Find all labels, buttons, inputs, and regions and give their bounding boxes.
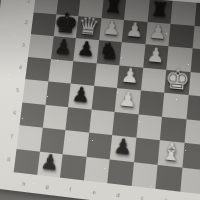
square-e4[interactable] — [94, 63, 120, 88]
rank-label-3: 3 — [18, 33, 29, 56]
square-b7[interactable]: ♝ — [158, 140, 184, 167]
square-d4[interactable]: ♟ — [117, 65, 143, 90]
square-h8[interactable] — [14, 149, 40, 175]
white-pawn-c2: ♟ — [148, 22, 168, 43]
square-a1[interactable] — [194, 3, 200, 28]
white-pawn-e2: ♟ — [102, 18, 122, 39]
square-b1[interactable] — [171, 1, 197, 26]
square-d7[interactable]: ♟ — [110, 135, 136, 162]
file-label-g: g — [35, 182, 59, 191]
black-pawn-f5: ♟ — [71, 84, 91, 105]
square-h7[interactable] — [17, 125, 43, 151]
square-h3[interactable] — [28, 34, 53, 58]
square-d3[interactable] — [119, 42, 145, 67]
square-h2[interactable] — [31, 12, 56, 36]
rank-label-5: 5 — [12, 78, 24, 102]
file-label-f: f — [58, 185, 82, 194]
white-bishop-b7: ♝ — [159, 139, 182, 165]
square-e6[interactable] — [89, 109, 115, 135]
square-g6[interactable] — [42, 104, 68, 130]
square-f6[interactable] — [65, 107, 91, 133]
rank-label-2: 2 — [20, 11, 31, 34]
black-pawn-g8: ♟ — [40, 152, 60, 174]
black-pawn-d7: ♟ — [113, 136, 133, 158]
file-label-c: c — [130, 193, 155, 200]
square-a5[interactable] — [186, 95, 200, 121]
square-g2[interactable]: ♚ — [53, 14, 78, 38]
square-e7[interactable] — [86, 133, 112, 159]
white-pawn-d2: ♟ — [125, 20, 145, 41]
square-h5[interactable] — [22, 79, 47, 104]
black-rook-c1: ♜ — [150, 0, 171, 20]
white-pawn-d5: ♟ — [118, 88, 138, 110]
square-f2[interactable]: ♛ — [76, 16, 101, 40]
square-f3[interactable]: ♟ — [73, 38, 98, 63]
square-c6[interactable] — [136, 114, 162, 140]
black-knight-e3: ♞ — [98, 39, 121, 63]
file-label-e: e — [82, 188, 106, 197]
square-d2[interactable]: ♟ — [122, 20, 147, 45]
square-e1[interactable]: ♜ — [101, 0, 126, 20]
square-g4[interactable] — [48, 59, 73, 84]
square-e5[interactable] — [91, 86, 117, 112]
square-d6[interactable] — [112, 111, 138, 137]
square-a3[interactable] — [190, 48, 200, 73]
file-label-b: b — [154, 196, 179, 200]
square-f8[interactable] — [60, 154, 86, 181]
square-a2[interactable] — [192, 25, 200, 50]
square-e2[interactable]: ♟ — [99, 18, 124, 43]
square-g5[interactable] — [45, 81, 71, 106]
square-a4[interactable] — [188, 72, 200, 98]
file-label-a: a — [179, 199, 200, 200]
black-pawn-f3: ♟ — [76, 38, 96, 59]
square-b5[interactable] — [162, 93, 188, 119]
square-c7[interactable] — [134, 138, 160, 165]
square-e3[interactable]: ♞ — [96, 40, 121, 65]
chess-board: ♜♜♚♛♟♟♟♟♟♞♟♟♚♟♟♟♝♟ — [14, 0, 200, 195]
file-label-d: d — [106, 190, 131, 199]
square-b2[interactable] — [168, 23, 194, 48]
square-b3[interactable] — [166, 46, 192, 71]
square-h6[interactable] — [20, 102, 46, 128]
square-f4[interactable] — [71, 61, 97, 86]
square-g8[interactable]: ♟ — [37, 151, 63, 177]
rank-label-4: 4 — [15, 56, 26, 79]
square-b4[interactable]: ♚ — [164, 69, 190, 95]
square-c1[interactable]: ♜ — [147, 0, 172, 23]
square-g7[interactable] — [40, 128, 66, 154]
square-f5[interactable]: ♟ — [68, 84, 94, 109]
rank-label-6: 6 — [9, 101, 21, 125]
black-rook-e1: ♜ — [104, 0, 124, 17]
square-g3[interactable]: ♟ — [51, 36, 76, 61]
square-a6[interactable] — [184, 119, 200, 146]
square-f7[interactable] — [63, 130, 89, 156]
square-a8[interactable] — [180, 167, 200, 194]
square-a7[interactable] — [182, 143, 200, 170]
white-queen-f2: ♛ — [77, 13, 101, 39]
file-label-h: h — [12, 179, 36, 188]
square-c2[interactable]: ♟ — [145, 21, 171, 46]
square-d8[interactable] — [107, 159, 133, 186]
square-c4[interactable] — [140, 67, 166, 93]
square-c8[interactable] — [131, 162, 157, 189]
square-c3[interactable]: ♟ — [143, 44, 169, 69]
square-h4[interactable] — [25, 57, 50, 82]
square-d1[interactable] — [124, 0, 149, 21]
white-pawn-d4: ♟ — [120, 65, 140, 86]
square-e8[interactable] — [83, 156, 109, 183]
board-with-margin: ♜♜♚♛♟♟♟♟♟♞♟♟♚♟♟♟♝♟ 12345678 hgfedcba Fid… — [0, 0, 200, 200]
black-pawn-g3: ♟ — [54, 36, 74, 57]
square-f1[interactable] — [78, 0, 103, 18]
rank-label-8: 8 — [3, 147, 15, 172]
white-pawn-c3: ♟ — [146, 45, 166, 66]
square-b8[interactable] — [155, 164, 182, 191]
square-c5[interactable] — [138, 90, 164, 116]
square-b6[interactable] — [160, 116, 186, 142]
square-d5[interactable]: ♟ — [115, 88, 141, 114]
rank-label-7: 7 — [6, 124, 18, 148]
chessboard-photo: ♜♜♚♛♟♟♟♟♟♞♟♟♚♟♟♟♝♟ 12345678 hgfedcba Fid… — [0, 0, 200, 200]
